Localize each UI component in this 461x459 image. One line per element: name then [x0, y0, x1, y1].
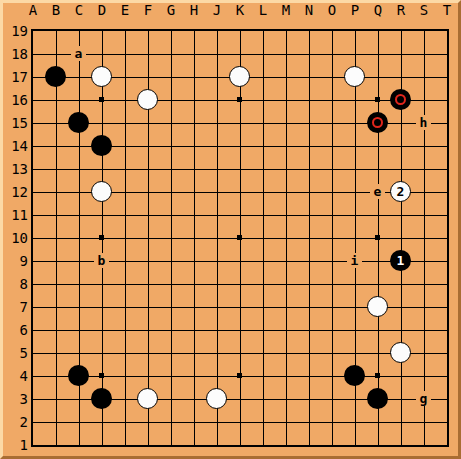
point-P4	[343, 364, 366, 387]
point-G1	[159, 433, 182, 456]
point-D16	[90, 88, 113, 111]
point-G5	[159, 341, 182, 364]
white-stone-F3	[137, 388, 158, 409]
point-K16	[228, 88, 251, 111]
point-M7	[274, 295, 297, 318]
point-S15: h	[412, 111, 435, 134]
point-D3	[90, 387, 113, 410]
point-D4	[90, 364, 113, 387]
point-R8	[389, 272, 412, 295]
point-K12	[228, 180, 251, 203]
point-B13	[44, 157, 67, 180]
point-M5	[274, 341, 297, 364]
point-M15	[274, 111, 297, 134]
point-F15	[136, 111, 159, 134]
point-T15	[435, 111, 458, 134]
coord-col-K: K	[236, 2, 244, 19]
point-M12	[274, 180, 297, 203]
point-C9	[67, 249, 90, 272]
star-point-Q10	[375, 235, 380, 240]
coord-col-B: B	[52, 2, 60, 19]
point-R4	[389, 364, 412, 387]
point-D12	[90, 180, 113, 203]
point-F12	[136, 180, 159, 203]
point-B12	[44, 180, 67, 203]
point-L17	[251, 65, 274, 88]
point-S12	[412, 180, 435, 203]
point-C18: a	[67, 42, 90, 65]
point-B7	[44, 295, 67, 318]
black-stone-P4	[344, 365, 365, 386]
point-L7	[251, 295, 274, 318]
point-H14	[182, 134, 205, 157]
coord-col-E: E	[121, 2, 129, 19]
black-stone-C4	[68, 365, 89, 386]
point-L14	[251, 134, 274, 157]
point-S9	[412, 249, 435, 272]
point-S1	[412, 433, 435, 456]
point-Q5	[366, 341, 389, 364]
point-J12	[205, 180, 228, 203]
point-G7	[159, 295, 182, 318]
point-S5	[412, 341, 435, 364]
point-B2	[44, 410, 67, 433]
point-R7	[389, 295, 412, 318]
point-K15	[228, 111, 251, 134]
point-P8	[343, 272, 366, 295]
point-J3	[205, 387, 228, 410]
point-O4	[320, 364, 343, 387]
point-F1	[136, 433, 159, 456]
point-H11	[182, 203, 205, 226]
point-A15	[21, 111, 44, 134]
coord-col-P: P	[351, 2, 359, 19]
point-E15	[113, 111, 136, 134]
point-Q2	[366, 410, 389, 433]
point-S7	[412, 295, 435, 318]
point-O18	[320, 42, 343, 65]
point-S19	[412, 19, 435, 42]
point-L10	[251, 226, 274, 249]
coord-col-A: A	[29, 2, 37, 19]
point-N14	[297, 134, 320, 157]
point-L9	[251, 249, 274, 272]
point-O8	[320, 272, 343, 295]
point-R3	[389, 387, 412, 410]
point-C19	[67, 19, 90, 42]
black-stone-R16	[390, 89, 411, 110]
point-L16	[251, 88, 274, 111]
point-H1	[182, 433, 205, 456]
point-Q17	[366, 65, 389, 88]
point-T1	[435, 433, 458, 456]
point-E6	[113, 318, 136, 341]
point-M18	[274, 42, 297, 65]
point-T14	[435, 134, 458, 157]
point-R9: 1	[389, 249, 412, 272]
point-label-e-Q12: e	[370, 184, 385, 199]
point-M19	[274, 19, 297, 42]
point-T18	[435, 42, 458, 65]
point-A17	[21, 65, 44, 88]
point-R2	[389, 410, 412, 433]
point-E4	[113, 364, 136, 387]
white-stone-K17	[229, 66, 250, 87]
point-B16	[44, 88, 67, 111]
point-Q15	[366, 111, 389, 134]
point-C3	[67, 387, 90, 410]
point-K9	[228, 249, 251, 272]
point-F7	[136, 295, 159, 318]
point-C10	[67, 226, 90, 249]
point-Q8	[366, 272, 389, 295]
point-L13	[251, 157, 274, 180]
point-H4	[182, 364, 205, 387]
black-stone-C15	[68, 112, 89, 133]
point-J6	[205, 318, 228, 341]
coord-col-D: D	[98, 2, 106, 19]
point-E10	[113, 226, 136, 249]
point-K4	[228, 364, 251, 387]
coord-col-J: J	[213, 2, 221, 19]
point-P17	[343, 65, 366, 88]
point-N6	[297, 318, 320, 341]
coord-col-M: M	[282, 2, 290, 19]
white-stone-Q7	[367, 296, 388, 317]
point-P6	[343, 318, 366, 341]
red-circle-mark	[395, 94, 406, 105]
point-T5	[435, 341, 458, 364]
point-N13	[297, 157, 320, 180]
point-G8	[159, 272, 182, 295]
point-H9	[182, 249, 205, 272]
point-T11	[435, 203, 458, 226]
point-K2	[228, 410, 251, 433]
point-B5	[44, 341, 67, 364]
point-B3	[44, 387, 67, 410]
point-K7	[228, 295, 251, 318]
point-H6	[182, 318, 205, 341]
point-L19	[251, 19, 274, 42]
point-J2	[205, 410, 228, 433]
point-K1	[228, 433, 251, 456]
point-H10	[182, 226, 205, 249]
point-F4	[136, 364, 159, 387]
coord-col-Q: Q	[374, 2, 382, 19]
point-B14	[44, 134, 67, 157]
point-G15	[159, 111, 182, 134]
point-G10	[159, 226, 182, 249]
point-N15	[297, 111, 320, 134]
point-O7	[320, 295, 343, 318]
point-C17	[67, 65, 90, 88]
point-A14	[21, 134, 44, 157]
point-A9	[21, 249, 44, 272]
point-T3	[435, 387, 458, 410]
star-point-D4	[99, 373, 104, 378]
star-point-K4	[237, 373, 242, 378]
point-P15	[343, 111, 366, 134]
point-R5	[389, 341, 412, 364]
point-F19	[136, 19, 159, 42]
point-B18	[44, 42, 67, 65]
coord-col-S: S	[420, 2, 428, 19]
point-C13	[67, 157, 90, 180]
point-K14	[228, 134, 251, 157]
point-B17	[44, 65, 67, 88]
point-D13	[90, 157, 113, 180]
point-F6	[136, 318, 159, 341]
point-B19	[44, 19, 67, 42]
point-G4	[159, 364, 182, 387]
point-B11	[44, 203, 67, 226]
point-L3	[251, 387, 274, 410]
point-G2	[159, 410, 182, 433]
point-T17	[435, 65, 458, 88]
point-O11	[320, 203, 343, 226]
point-K11	[228, 203, 251, 226]
point-N4	[297, 364, 320, 387]
point-D8	[90, 272, 113, 295]
point-A1	[21, 433, 44, 456]
point-C4	[67, 364, 90, 387]
point-Q12: e	[366, 180, 389, 203]
point-C16	[67, 88, 90, 111]
point-H13	[182, 157, 205, 180]
point-N1	[297, 433, 320, 456]
point-R10	[389, 226, 412, 249]
point-M17	[274, 65, 297, 88]
point-F3	[136, 387, 159, 410]
point-Q6	[366, 318, 389, 341]
point-E14	[113, 134, 136, 157]
point-C1	[67, 433, 90, 456]
point-T4	[435, 364, 458, 387]
black-stone-D3	[91, 388, 112, 409]
coord-col-G: G	[167, 2, 175, 19]
point-M3	[274, 387, 297, 410]
point-G13	[159, 157, 182, 180]
point-N3	[297, 387, 320, 410]
point-S4	[412, 364, 435, 387]
point-M11	[274, 203, 297, 226]
point-A5	[21, 341, 44, 364]
point-C7	[67, 295, 90, 318]
point-K3	[228, 387, 251, 410]
point-F13	[136, 157, 159, 180]
point-T2	[435, 410, 458, 433]
point-R1	[389, 433, 412, 456]
point-S6	[412, 318, 435, 341]
point-T16	[435, 88, 458, 111]
point-K6	[228, 318, 251, 341]
point-R17	[389, 65, 412, 88]
point-K19	[228, 19, 251, 42]
point-T8	[435, 272, 458, 295]
point-D6	[90, 318, 113, 341]
point-P1	[343, 433, 366, 456]
point-G11	[159, 203, 182, 226]
point-G12	[159, 180, 182, 203]
point-D7	[90, 295, 113, 318]
point-P9: i	[343, 249, 366, 272]
point-F16	[136, 88, 159, 111]
point-P11	[343, 203, 366, 226]
point-M8	[274, 272, 297, 295]
point-M16	[274, 88, 297, 111]
point-R14	[389, 134, 412, 157]
point-Q3	[366, 387, 389, 410]
black-stone-Q15	[367, 112, 388, 133]
point-F9	[136, 249, 159, 272]
point-M2	[274, 410, 297, 433]
point-O19	[320, 19, 343, 42]
point-E18	[113, 42, 136, 65]
point-J16	[205, 88, 228, 111]
point-O17	[320, 65, 343, 88]
point-G19	[159, 19, 182, 42]
point-E13	[113, 157, 136, 180]
coord-col-H: H	[190, 2, 198, 19]
point-G6	[159, 318, 182, 341]
point-S18	[412, 42, 435, 65]
point-N17	[297, 65, 320, 88]
point-E1	[113, 433, 136, 456]
point-A8	[21, 272, 44, 295]
point-Q10	[366, 226, 389, 249]
point-Q13	[366, 157, 389, 180]
point-H17	[182, 65, 205, 88]
point-S11	[412, 203, 435, 226]
point-O9	[320, 249, 343, 272]
point-O3	[320, 387, 343, 410]
point-J14	[205, 134, 228, 157]
point-N11	[297, 203, 320, 226]
point-O14	[320, 134, 343, 157]
point-F18	[136, 42, 159, 65]
coord-col-F: F	[144, 2, 152, 19]
point-M10	[274, 226, 297, 249]
point-Q18	[366, 42, 389, 65]
point-R13	[389, 157, 412, 180]
white-stone-P17	[344, 66, 365, 87]
point-A16	[21, 88, 44, 111]
point-R18	[389, 42, 412, 65]
point-M4	[274, 364, 297, 387]
go-board-diagram: ABCDEFGHJKLMNOPQRST 19181716151413121110…	[0, 0, 461, 459]
point-J4	[205, 364, 228, 387]
point-O2	[320, 410, 343, 433]
point-label-h-S15: h	[416, 115, 431, 130]
point-D17	[90, 65, 113, 88]
point-N12	[297, 180, 320, 203]
point-D14	[90, 134, 113, 157]
point-D1	[90, 433, 113, 456]
white-stone-move-2-R12: 2	[390, 181, 411, 202]
point-N18	[297, 42, 320, 65]
white-stone-J3	[206, 388, 227, 409]
point-S16	[412, 88, 435, 111]
point-E11	[113, 203, 136, 226]
point-P13	[343, 157, 366, 180]
point-L2	[251, 410, 274, 433]
point-D15	[90, 111, 113, 134]
point-J5	[205, 341, 228, 364]
point-A13	[21, 157, 44, 180]
black-stone-B17	[45, 66, 66, 87]
point-J7	[205, 295, 228, 318]
point-R16	[389, 88, 412, 111]
point-S17	[412, 65, 435, 88]
point-label-a-C18: a	[71, 46, 86, 61]
point-O1	[320, 433, 343, 456]
point-M1	[274, 433, 297, 456]
point-T10	[435, 226, 458, 249]
coord-col-C: C	[75, 2, 83, 19]
white-stone-R5	[390, 342, 411, 363]
point-G3	[159, 387, 182, 410]
point-G14	[159, 134, 182, 157]
point-O15	[320, 111, 343, 134]
point-G16	[159, 88, 182, 111]
point-H12	[182, 180, 205, 203]
star-point-Q16	[375, 97, 380, 102]
board-grid: ahe2bi1g	[21, 19, 458, 456]
point-Q1	[366, 433, 389, 456]
point-H2	[182, 410, 205, 433]
point-A7	[21, 295, 44, 318]
point-T7	[435, 295, 458, 318]
coord-col-T: T	[443, 2, 451, 19]
black-stone-move-1-R9: 1	[390, 250, 411, 271]
point-T9	[435, 249, 458, 272]
point-C6	[67, 318, 90, 341]
point-O10	[320, 226, 343, 249]
black-stone-D14	[91, 135, 112, 156]
coord-col-R: R	[397, 2, 405, 19]
point-M13	[274, 157, 297, 180]
point-S8	[412, 272, 435, 295]
point-P2	[343, 410, 366, 433]
point-K5	[228, 341, 251, 364]
point-L11	[251, 203, 274, 226]
point-D9: b	[90, 249, 113, 272]
point-J15	[205, 111, 228, 134]
point-N7	[297, 295, 320, 318]
point-E17	[113, 65, 136, 88]
point-B6	[44, 318, 67, 341]
point-M6	[274, 318, 297, 341]
point-D10	[90, 226, 113, 249]
point-H5	[182, 341, 205, 364]
point-H15	[182, 111, 205, 134]
point-Q11	[366, 203, 389, 226]
point-E16	[113, 88, 136, 111]
point-E8	[113, 272, 136, 295]
point-C2	[67, 410, 90, 433]
point-B10	[44, 226, 67, 249]
white-stone-D17	[91, 66, 112, 87]
point-F14	[136, 134, 159, 157]
point-G18	[159, 42, 182, 65]
point-P3	[343, 387, 366, 410]
point-L5	[251, 341, 274, 364]
point-N10	[297, 226, 320, 249]
point-P16	[343, 88, 366, 111]
point-T12	[435, 180, 458, 203]
point-Q16	[366, 88, 389, 111]
point-S13	[412, 157, 435, 180]
